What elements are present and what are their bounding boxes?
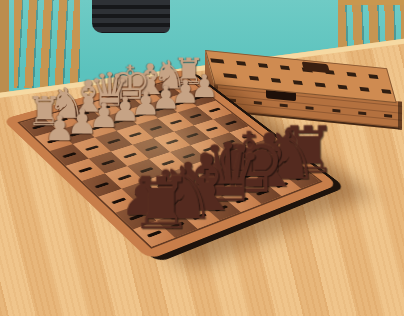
piece-slot	[78, 167, 94, 174]
piece-slot	[62, 152, 78, 158]
piece-black-rook: ♜	[129, 168, 193, 240]
piece-slot	[189, 113, 203, 118]
piece-slot	[169, 119, 183, 125]
piece-slot	[208, 107, 221, 112]
piece-slot	[100, 159, 115, 165]
piece-slot	[123, 152, 138, 158]
piece-slot	[149, 125, 163, 131]
scene: ♜♞♝♛♚♝♞♜♟♟♟♟♟♟♟♟♟♟♟♟♟♟♟♟♜♞♝♛♚♝♞♜	[0, 0, 404, 316]
piece-slot	[94, 182, 110, 189]
piece-slot	[128, 132, 143, 138]
square-a8: ♜	[133, 221, 175, 247]
chair-post	[0, 0, 9, 96]
dark-chair-back	[92, 0, 170, 33]
piece-slot	[84, 145, 99, 151]
piece-white-pawn: ♟	[44, 111, 75, 146]
box-handle	[302, 62, 331, 74]
piece-slot	[107, 138, 122, 144]
